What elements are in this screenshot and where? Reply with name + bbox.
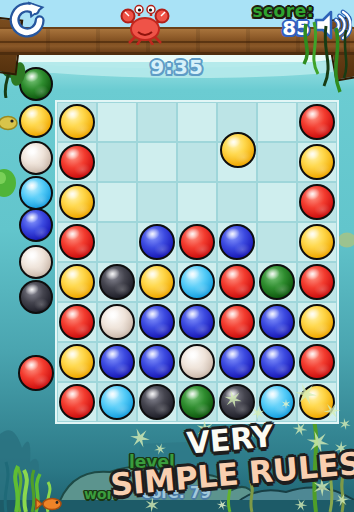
ball-yellow-r1c1[interactable] xyxy=(59,104,95,140)
cell-r2c4[interactable] xyxy=(177,142,217,182)
ball-yellow-r4c7[interactable] xyxy=(299,224,335,260)
ball-blue-r7c3[interactable] xyxy=(139,344,175,380)
ball-red-r3c7[interactable] xyxy=(299,184,335,220)
queue-ball-blue xyxy=(19,208,53,242)
ball-yellow-r7c1[interactable] xyxy=(59,344,95,380)
ball-yellow-r5c3[interactable] xyxy=(139,264,175,300)
ball-cyan-r5c4[interactable] xyxy=(179,264,215,300)
cell-r1c3[interactable] xyxy=(137,102,177,142)
ball-blue-r7c6[interactable] xyxy=(259,344,295,380)
game-screen: score: 85 9:35 xyxy=(0,0,354,512)
cell-r2c3[interactable] xyxy=(137,142,177,182)
queue-ball-black xyxy=(19,280,53,314)
ball-blue-r4c3[interactable] xyxy=(139,224,175,260)
cell-r2c2[interactable] xyxy=(97,142,137,182)
cell-r3c6[interactable] xyxy=(257,182,297,222)
cell-r1c2[interactable] xyxy=(97,102,137,142)
cell-r3c4[interactable] xyxy=(177,182,217,222)
ball-yellow-r6c7[interactable] xyxy=(299,304,335,340)
ball-blue-r6c3[interactable] xyxy=(139,304,175,340)
cell-r4c2[interactable] xyxy=(97,222,137,262)
green-leaf-icon xyxy=(0,166,20,200)
ball-yellow-r2c7[interactable] xyxy=(299,144,335,180)
cell-r4c6[interactable] xyxy=(257,222,297,262)
ball-red-r2c1[interactable] xyxy=(59,144,95,180)
cell-r3c2[interactable] xyxy=(97,182,137,222)
cell-r3c5[interactable] xyxy=(217,182,257,222)
cell-r1c6[interactable] xyxy=(257,102,297,142)
ball-red-r4c1[interactable] xyxy=(59,224,95,260)
ball-black-r5c2[interactable] xyxy=(99,264,135,300)
crab-icon xyxy=(117,3,173,45)
yellow-fish-icon xyxy=(0,110,20,136)
queue-ball-yellow xyxy=(19,104,53,138)
ball-blue-r7c2[interactable] xyxy=(99,344,135,380)
ball-blue-r4c5[interactable] xyxy=(219,224,255,260)
ball-red-r7c7[interactable] xyxy=(299,344,335,380)
ball-blue-r7c5[interactable] xyxy=(219,344,255,380)
ball-red-r6c5[interactable] xyxy=(219,304,255,340)
queue-ball-cyan xyxy=(19,176,53,210)
ball-yellow-r3c1[interactable] xyxy=(59,184,95,220)
cell-r2c6[interactable] xyxy=(257,142,297,182)
ball-red-r5c5[interactable] xyxy=(219,264,255,300)
ball-green-r5c6[interactable] xyxy=(259,264,295,300)
ball-yellow-r5c1[interactable] xyxy=(59,264,95,300)
queue-ball-white xyxy=(19,245,53,279)
ball-falling-yellow[interactable] xyxy=(220,132,256,168)
cell-r1c4[interactable] xyxy=(177,102,217,142)
game-board[interactable] xyxy=(55,100,339,424)
ball-red-r5c7[interactable] xyxy=(299,264,335,300)
ball-red-r1c7[interactable] xyxy=(299,104,335,140)
restart-button[interactable] xyxy=(7,1,47,41)
ball-blue-r6c4[interactable] xyxy=(179,304,215,340)
ball-red-r4c4[interactable] xyxy=(179,224,215,260)
ball-white-r7c4[interactable] xyxy=(179,344,215,380)
ball-red-r6c1[interactable] xyxy=(59,304,95,340)
ball-blue-r6c6[interactable] xyxy=(259,304,295,340)
queue-ball-white xyxy=(19,141,53,175)
right-plank-grass xyxy=(292,16,354,100)
cell-r3c3[interactable] xyxy=(137,182,177,222)
ball-white-r6c2[interactable] xyxy=(99,304,135,340)
